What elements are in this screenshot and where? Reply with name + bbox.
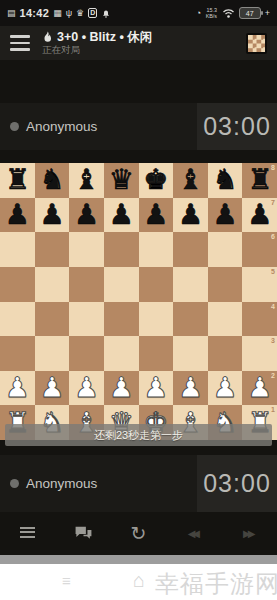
battery-icon: 47 [239, 7, 261, 19]
square-h8[interactable]: ♜8 [242, 163, 277, 198]
menu-button[interactable] [10, 35, 30, 50]
rank-coordinate: 4 [271, 303, 275, 310]
black-king: ♚ [143, 166, 168, 194]
square-d4[interactable] [104, 302, 139, 337]
black-rook: ♜ [247, 166, 272, 194]
data-saver-icon: ◔ [196, 9, 201, 18]
black-pawn: ♟ [74, 201, 99, 229]
square-d7[interactable]: ♟ [104, 198, 139, 233]
square-b3[interactable] [35, 336, 70, 371]
app-bar: 3+0 • Blitz • 休闲 正在对局 [0, 26, 277, 60]
rank-coordinate: 5 [271, 268, 275, 275]
status-left: ▤ 14:42 ▦ ψ ♛ D [7, 7, 111, 19]
square-a3[interactable] [0, 336, 35, 371]
white-pawn: ♟ [5, 374, 30, 402]
black-knight: ♞ [213, 166, 238, 194]
square-b7[interactable]: ♟ [35, 198, 70, 233]
divider-bar [0, 555, 277, 564]
black-bishop: ♝ [74, 166, 99, 194]
rank-coordinate: 6 [271, 233, 275, 240]
rank-coordinate: 3 [271, 337, 275, 344]
usb-icon: ψ [66, 9, 72, 18]
square-f7[interactable]: ♟ [173, 198, 208, 233]
home-icon: ⌂ [133, 570, 145, 590]
game-info: 3+0 • Blitz • 休闲 正在对局 [42, 30, 234, 55]
square-g4[interactable] [208, 302, 243, 337]
square-e6[interactable] [139, 232, 174, 267]
black-queen: ♛ [109, 166, 134, 194]
status-bar: ▤ 14:42 ▦ ψ ♛ D ◔ 15.3 KB/s 47 [0, 0, 277, 26]
player-status-dot [10, 479, 19, 488]
forward-icon: ▶▶ [243, 528, 255, 539]
square-h6[interactable]: 6 [242, 232, 277, 267]
black-rook: ♜ [5, 166, 30, 194]
square-f4[interactable] [173, 302, 208, 337]
square-c8[interactable]: ♝ [69, 163, 104, 198]
screenshot-icon: ▤ [7, 9, 16, 18]
square-h3[interactable]: 3 [242, 336, 277, 371]
square-h4[interactable]: 4 [242, 302, 277, 337]
player-status-dot [10, 122, 19, 131]
square-c3[interactable] [69, 336, 104, 371]
chess-board[interactable]: ♜♞♝♛♚♝♞♜8♟♟♟♟♟♟♟♟76543♟♟♟♟♟♟♟♟2♜♞♝♛♚♝♞♜1 [0, 163, 277, 440]
square-c6[interactable] [69, 232, 104, 267]
spacer [0, 60, 277, 103]
board-area: ♜♞♝♛♚♝♞♜8♟♟♟♟♟♟♟♟76543♟♟♟♟♟♟♟♟2♜♞♝♛♚♝♞♜1… [0, 163, 277, 440]
white-pawn: ♟ [109, 374, 134, 402]
d-app-icon: D [88, 8, 97, 18]
square-e5[interactable] [139, 267, 174, 302]
vpn-crown-icon: ♛ [76, 9, 84, 18]
square-f3[interactable] [173, 336, 208, 371]
rank-coordinate: 8 [271, 164, 275, 171]
game-title: 3+0 • Blitz • 休闲 [42, 30, 234, 44]
square-f5[interactable] [173, 267, 208, 302]
square-d3[interactable] [104, 336, 139, 371]
black-knight: ♞ [39, 166, 64, 194]
square-g5[interactable] [208, 267, 243, 302]
status-time: 14:42 [20, 7, 50, 19]
square-b6[interactable] [35, 232, 70, 267]
square-a5[interactable] [0, 267, 35, 302]
square-e7[interactable]: ♟ [139, 198, 174, 233]
charging-icon: + [265, 9, 270, 18]
square-g6[interactable] [208, 232, 243, 267]
square-a7[interactable]: ♟ [0, 198, 35, 233]
square-b5[interactable] [35, 267, 70, 302]
square-a8[interactable]: ♜ [0, 163, 35, 198]
player-row-bottom: Anonymous 03:00 [0, 455, 277, 512]
square-g7[interactable]: ♟ [208, 198, 243, 233]
blitz-flame-icon [42, 31, 53, 44]
square-f6[interactable] [173, 232, 208, 267]
black-pawn: ♟ [109, 201, 134, 229]
square-g8[interactable]: ♞ [208, 163, 243, 198]
square-h2[interactable]: ♟2 [242, 371, 277, 406]
flip-board-icon: ↻ [131, 524, 147, 543]
chat-button[interactable] [68, 519, 98, 549]
footer: ≡ ⌂ 幸福手游网 [0, 564, 277, 600]
clock-top: 03:00 [197, 103, 277, 150]
white-pawn: ♟ [247, 374, 272, 402]
square-b2[interactable]: ♟ [35, 371, 70, 406]
square-f2[interactable]: ♟ [173, 371, 208, 406]
square-c2[interactable]: ♟ [69, 371, 104, 406]
square-g3[interactable] [208, 336, 243, 371]
wifi-icon [222, 8, 235, 19]
black-bishop: ♝ [178, 166, 203, 194]
app-window: ▤ 14:42 ▦ ψ ♛ D ◔ 15.3 KB/s 47 [0, 0, 277, 600]
black-pawn: ♟ [178, 201, 203, 229]
square-a4[interactable] [0, 302, 35, 337]
player-name-bottom: Anonymous [26, 476, 97, 491]
rewind-icon: ◀◀ [188, 528, 200, 539]
chat-icon [74, 525, 93, 542]
white-pawn: ♟ [213, 374, 238, 402]
flip-board-button[interactable]: ↻ [123, 519, 153, 549]
square-c4[interactable] [69, 302, 104, 337]
first-move-toast: 还剩23秒走第一步 [5, 424, 272, 446]
white-pawn: ♟ [39, 374, 64, 402]
white-pawn: ♟ [74, 374, 99, 402]
board-theme-icon[interactable] [246, 33, 267, 54]
square-d8[interactable]: ♛ [104, 163, 139, 198]
square-e4[interactable] [139, 302, 174, 337]
watermark-text: 幸福手游网 [155, 568, 277, 600]
footer-menu-icon: ≡ [62, 573, 71, 588]
moves-list-icon [20, 527, 35, 540]
bell-icon [101, 8, 111, 19]
square-d2[interactable]: ♟ [104, 371, 139, 406]
black-pawn: ♟ [143, 201, 168, 229]
game-toolbar: ↻ ◀◀ ▶▶ [0, 512, 277, 555]
moves-list-button[interactable] [13, 519, 43, 549]
square-b4[interactable] [35, 302, 70, 337]
clock-bottom: 03:00 [197, 455, 277, 512]
square-c7[interactable]: ♟ [69, 198, 104, 233]
rank-coordinate: 1 [271, 406, 275, 413]
square-a2[interactable]: ♟ [0, 371, 35, 406]
player-row-top: Anonymous 03:00 [0, 103, 277, 150]
square-g2[interactable]: ♟ [208, 371, 243, 406]
status-right: ◔ 15.3 KB/s 47 + [196, 7, 270, 19]
square-e8[interactable]: ♚ [139, 163, 174, 198]
white-pawn: ♟ [143, 374, 168, 402]
square-a6[interactable] [0, 232, 35, 267]
black-pawn: ♟ [39, 201, 64, 229]
forward-button[interactable]: ▶▶ [234, 519, 264, 549]
square-e2[interactable]: ♟ [139, 371, 174, 406]
spacer [0, 150, 277, 163]
network-speed: 15.3 KB/s [205, 7, 218, 19]
square-f8[interactable]: ♝ [173, 163, 208, 198]
square-d6[interactable] [104, 232, 139, 267]
rewind-button[interactable]: ◀◀ [179, 519, 209, 549]
square-b8[interactable]: ♞ [35, 163, 70, 198]
app-notification-icon: ▦ [53, 9, 62, 18]
player-name-top: Anonymous [26, 119, 97, 134]
square-h7[interactable]: ♟7 [242, 198, 277, 233]
rank-coordinate: 7 [271, 199, 275, 206]
rank-coordinate: 2 [271, 372, 275, 379]
square-d5[interactable] [104, 267, 139, 302]
game-status: 正在对局 [42, 45, 234, 56]
white-pawn: ♟ [178, 374, 203, 402]
square-e3[interactable] [139, 336, 174, 371]
black-pawn: ♟ [247, 201, 272, 229]
black-pawn: ♟ [5, 201, 30, 229]
square-c5[interactable] [69, 267, 104, 302]
black-pawn: ♟ [213, 201, 238, 229]
square-h5[interactable]: 5 [242, 267, 277, 302]
